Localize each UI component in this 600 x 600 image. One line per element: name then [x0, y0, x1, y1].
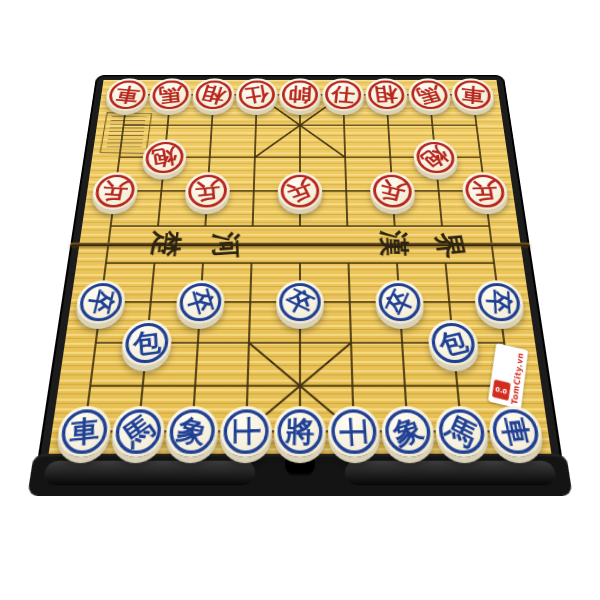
piece-blue-elephant[interactable]: 象 — [381, 406, 436, 457]
piece-red-soldier[interactable]: 兵 — [369, 172, 416, 210]
piece-glyph: 兵 — [89, 171, 141, 211]
piece-glyph: 炮 — [140, 136, 189, 179]
piece-blue-horse[interactable]: 馬 — [434, 406, 491, 457]
piece-glyph: 兵 — [460, 172, 510, 211]
piece-red-chariot[interactable]: 車 — [104, 78, 150, 111]
piece-blue-soldier[interactable]: 卒 — [375, 280, 425, 324]
piece-glyph: 仕 — [234, 76, 281, 114]
piece-glyph: 卒 — [268, 273, 332, 332]
piece-blue-soldier[interactable]: 卒 — [473, 280, 526, 324]
piece-red-soldier[interactable]: 兵 — [461, 172, 510, 210]
piece-glyph: 士 — [327, 405, 382, 458]
piece-red-general[interactable]: 帥 — [279, 78, 321, 111]
piece-glyph: 兵 — [271, 167, 329, 216]
piece-glyph: 馬 — [149, 76, 193, 113]
piece-red-soldier[interactable]: 兵 — [184, 172, 231, 210]
piece-glyph: 象 — [160, 402, 224, 463]
piece-red-advisor[interactable]: 仕 — [235, 78, 277, 111]
piece-red-cannon[interactable]: 炮 — [141, 140, 188, 176]
piece-red-soldier[interactable]: 兵 — [278, 172, 323, 210]
board-surface[interactable]: 楚 河 漢 界 0.0 TomCity.vn 車馬相仕帥仕相馬車炮炮兵兵兵兵兵卒… — [48, 80, 551, 455]
piece-glyph: 卒 — [172, 275, 230, 330]
piece-glyph: 車 — [485, 404, 548, 460]
piece-red-chariot[interactable]: 車 — [450, 78, 496, 111]
piece-glyph: 車 — [451, 76, 494, 113]
piece-glyph: 兵 — [185, 171, 232, 212]
piece-blue-advisor[interactable]: 士 — [328, 406, 381, 457]
piece-glyph: 車 — [57, 404, 110, 460]
piece-red-horse[interactable]: 馬 — [407, 78, 451, 111]
piece-glyph: 包 — [422, 315, 485, 371]
piece-glyph: 相 — [364, 77, 410, 112]
piece-glyph: 炮 — [405, 133, 466, 183]
base-latch-icon[interactable] — [285, 458, 315, 473]
piece-red-advisor[interactable]: 仕 — [322, 78, 364, 111]
base-bar-right — [345, 461, 557, 486]
piece-blue-chariot[interactable]: 車 — [487, 406, 545, 457]
piece-glyph: 卒 — [474, 279, 524, 326]
piece-blue-cannon[interactable]: 包 — [427, 320, 480, 366]
piece-blue-elephant[interactable]: 象 — [164, 406, 219, 457]
piece-glyph: 馬 — [403, 74, 457, 115]
base-bar-left — [43, 461, 255, 486]
product-photo: 楚 河 漢 界 0.0 TomCity.vn 車馬相仕帥仕相馬車炮炮兵兵兵兵兵卒… — [0, 0, 600, 600]
piece-glyph: 卒 — [368, 273, 430, 331]
piece-glyph: 帥 — [278, 78, 321, 112]
piece-glyph: 士 — [220, 405, 272, 458]
piece-glyph: 卒 — [72, 278, 129, 326]
piece-blue-general[interactable]: 將 — [274, 406, 326, 457]
piece-glyph: 仕 — [321, 77, 366, 113]
piece-glyph: 包 — [121, 317, 173, 369]
pieces-layer: 車馬相仕帥仕相馬車炮炮兵兵兵兵兵卒卒卒卒卒包包車馬象士將士象馬車 — [48, 80, 551, 455]
piece-glyph: 車 — [103, 77, 152, 113]
case-base — [27, 454, 572, 496]
piece-blue-soldier[interactable]: 卒 — [74, 280, 127, 324]
piece-blue-advisor[interactable]: 士 — [219, 406, 272, 457]
piece-glyph: 兵 — [366, 168, 419, 215]
piece-blue-soldier[interactable]: 卒 — [276, 280, 324, 324]
piece-blue-soldier[interactable]: 卒 — [175, 280, 225, 324]
piece-red-elephant[interactable]: 相 — [192, 78, 235, 111]
piece-red-cannon[interactable]: 炮 — [412, 140, 459, 176]
piece-blue-cannon[interactable]: 包 — [120, 320, 173, 366]
xiangqi-set: 楚 河 漢 界 0.0 TomCity.vn 車馬相仕帥仕相馬車炮炮兵兵兵兵兵卒… — [36, 75, 564, 470]
piece-glyph: 相 — [188, 75, 239, 114]
piece-red-soldier[interactable]: 兵 — [90, 172, 139, 210]
piece-glyph: 將 — [273, 405, 326, 458]
piece-blue-chariot[interactable]: 車 — [55, 406, 113, 457]
piece-red-horse[interactable]: 馬 — [148, 78, 192, 111]
piece-blue-horse[interactable]: 馬 — [110, 406, 167, 457]
